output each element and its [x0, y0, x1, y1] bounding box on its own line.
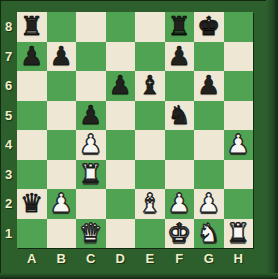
- square-c6[interactable]: [76, 71, 106, 101]
- square-a4[interactable]: [17, 130, 47, 160]
- square-f8[interactable]: ♜: [165, 12, 195, 42]
- square-h8[interactable]: [224, 12, 254, 42]
- white-bishop: ♝: [138, 189, 161, 219]
- board-frame-bottom-edge: [0, 273, 278, 279]
- rank-label-3: 3: [0, 160, 17, 190]
- board-frame-right-edge: [266, 0, 278, 279]
- file-label-c: C: [76, 249, 106, 268]
- square-d6[interactable]: ♟: [106, 71, 136, 101]
- square-e5[interactable]: [135, 101, 165, 131]
- square-f2[interactable]: ♟: [165, 189, 195, 219]
- square-b3[interactable]: [47, 160, 77, 190]
- rank-label-6: 6: [0, 71, 17, 101]
- square-e7[interactable]: [135, 42, 165, 72]
- black-king: ♚: [197, 12, 220, 42]
- square-f1[interactable]: ♚: [165, 219, 195, 249]
- chess-diagram: 87654321 ♜♜♚♟♟♟♟♝♟♟♞♟♟♜♛♟♝♟♟♛♚♞♜ ABCDEFG…: [0, 0, 278, 279]
- rank-labels: 87654321: [0, 12, 17, 248]
- square-h1[interactable]: ♜: [224, 219, 254, 249]
- rank-label-4: 4: [0, 130, 17, 160]
- square-f4[interactable]: [165, 130, 195, 160]
- rank-label-8: 8: [0, 12, 17, 42]
- square-b5[interactable]: [47, 101, 77, 131]
- square-d1[interactable]: [106, 219, 136, 249]
- white-king: ♚: [168, 219, 191, 249]
- rank-label-2: 2: [0, 189, 17, 219]
- black-knight: ♞: [168, 101, 191, 131]
- square-d4[interactable]: [106, 130, 136, 160]
- square-e2[interactable]: ♝: [135, 189, 165, 219]
- white-rook: ♜: [79, 160, 102, 190]
- white-knight: ♞: [197, 219, 220, 249]
- square-h3[interactable]: [224, 160, 254, 190]
- square-b1[interactable]: [47, 219, 77, 249]
- white-pawn: ♟: [79, 130, 102, 160]
- square-c5[interactable]: ♟: [76, 101, 106, 131]
- square-f3[interactable]: [165, 160, 195, 190]
- square-d2[interactable]: [106, 189, 136, 219]
- square-b7[interactable]: ♟: [47, 42, 77, 72]
- black-queen: ♛: [20, 189, 43, 219]
- square-a8[interactable]: ♜: [17, 12, 47, 42]
- black-bishop: ♝: [138, 71, 161, 101]
- black-rook: ♜: [168, 12, 191, 42]
- square-c2[interactable]: [76, 189, 106, 219]
- square-f6[interactable]: [165, 71, 195, 101]
- file-labels: ABCDEFGH: [17, 249, 253, 268]
- file-label-f: F: [165, 249, 195, 268]
- square-a3[interactable]: [17, 160, 47, 190]
- square-a2[interactable]: ♛: [17, 189, 47, 219]
- square-a6[interactable]: [17, 71, 47, 101]
- black-pawn: ♟: [109, 71, 132, 101]
- file-label-a: A: [17, 249, 47, 268]
- square-h6[interactable]: [224, 71, 254, 101]
- black-pawn: ♟: [50, 42, 73, 72]
- square-d8[interactable]: [106, 12, 136, 42]
- square-c4[interactable]: ♟: [76, 130, 106, 160]
- square-g1[interactable]: ♞: [194, 219, 224, 249]
- white-pawn: ♟: [168, 189, 191, 219]
- square-e4[interactable]: [135, 130, 165, 160]
- square-b2[interactable]: ♟: [47, 189, 77, 219]
- white-pawn: ♟: [227, 130, 250, 160]
- square-d7[interactable]: [106, 42, 136, 72]
- file-label-d: D: [106, 249, 136, 268]
- rank-label-7: 7: [0, 42, 17, 72]
- white-rook: ♜: [227, 219, 250, 249]
- square-e6[interactable]: ♝: [135, 71, 165, 101]
- file-label-b: B: [47, 249, 77, 268]
- square-b8[interactable]: [47, 12, 77, 42]
- black-pawn: ♟: [168, 42, 191, 72]
- white-pawn: ♟: [197, 189, 220, 219]
- square-f7[interactable]: ♟: [165, 42, 195, 72]
- white-queen: ♛: [79, 219, 102, 249]
- square-c1[interactable]: ♛: [76, 219, 106, 249]
- black-pawn: ♟: [197, 71, 220, 101]
- file-label-e: E: [135, 249, 165, 268]
- square-d3[interactable]: [106, 160, 136, 190]
- square-h7[interactable]: [224, 42, 254, 72]
- square-g6[interactable]: ♟: [194, 71, 224, 101]
- square-b4[interactable]: [47, 130, 77, 160]
- square-h5[interactable]: [224, 101, 254, 131]
- square-c3[interactable]: ♜: [76, 160, 106, 190]
- file-label-g: G: [194, 249, 224, 268]
- square-g8[interactable]: ♚: [194, 12, 224, 42]
- rank-label-5: 5: [0, 101, 17, 131]
- square-a5[interactable]: [17, 101, 47, 131]
- square-g3[interactable]: [194, 160, 224, 190]
- square-f5[interactable]: ♞: [165, 101, 195, 131]
- black-pawn: ♟: [79, 101, 102, 131]
- square-a1[interactable]: [17, 219, 47, 249]
- square-g5[interactable]: [194, 101, 224, 131]
- square-e3[interactable]: [135, 160, 165, 190]
- square-d5[interactable]: [106, 101, 136, 131]
- rank-label-1: 1: [0, 219, 17, 249]
- square-g7[interactable]: [194, 42, 224, 72]
- square-b6[interactable]: [47, 71, 77, 101]
- white-pawn: ♟: [50, 189, 73, 219]
- square-g4[interactable]: [194, 130, 224, 160]
- square-h2[interactable]: [224, 189, 254, 219]
- square-c8[interactable]: [76, 12, 106, 42]
- file-label-h: H: [224, 249, 254, 268]
- square-e8[interactable]: [135, 12, 165, 42]
- square-a7[interactable]: ♟: [17, 42, 47, 72]
- black-rook: ♜: [20, 12, 43, 42]
- square-h4[interactable]: ♟: [224, 130, 254, 160]
- square-g2[interactable]: ♟: [194, 189, 224, 219]
- square-c7[interactable]: [76, 42, 106, 72]
- square-e1[interactable]: [135, 219, 165, 249]
- chess-board: ♜♜♚♟♟♟♟♝♟♟♞♟♟♜♛♟♝♟♟♛♚♞♜: [17, 12, 253, 248]
- black-pawn: ♟: [20, 42, 43, 72]
